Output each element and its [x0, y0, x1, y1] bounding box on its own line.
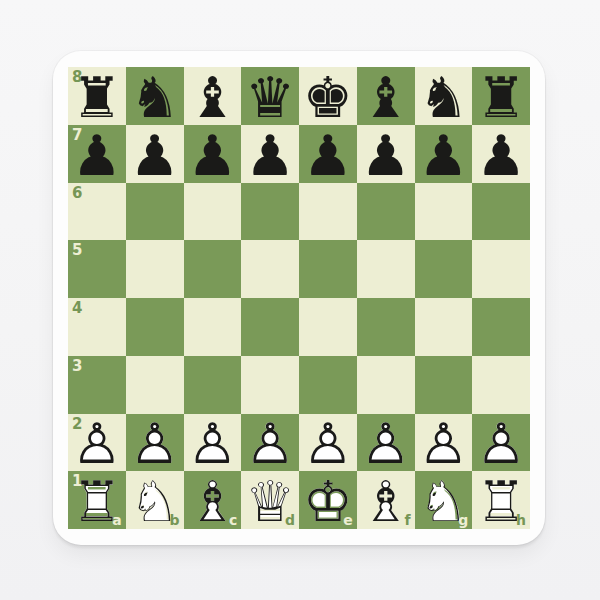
piece-white-pawn-icon: ♟♙	[126, 414, 184, 472]
piece-black-pawn-icon: ♟	[299, 125, 357, 183]
square-d1[interactable]: ♛♕d	[241, 471, 299, 529]
square-d6[interactable]	[241, 183, 299, 241]
piece-white-pawn-icon: ♟♙	[415, 414, 473, 472]
square-c1[interactable]: ♝♗c	[184, 471, 242, 529]
rank-label-3: 3	[72, 359, 82, 374]
square-e8[interactable]: ♚	[299, 67, 357, 125]
rank-label-8: 8	[72, 70, 82, 85]
file-label-a: a	[112, 513, 121, 527]
square-g3[interactable]	[415, 356, 473, 414]
file-label-f: f	[404, 513, 410, 527]
piece-black-pawn-icon: ♟	[357, 125, 415, 183]
square-a2[interactable]: 2♟♙	[68, 414, 126, 472]
piece-white-pawn-icon: ♟♙	[472, 414, 530, 472]
piece-black-pawn-icon: ♟	[415, 125, 473, 183]
rank-label-2: 2	[72, 417, 82, 432]
piece-black-knight-icon: ♞	[415, 67, 473, 125]
piece-black-pawn-icon: ♟	[184, 125, 242, 183]
background: 8♜♞♝♛♚♝♞♜7♟♟♟♟♟♟♟♟65432♟♙♟♙♟♙♟♙♟♙♟♙♟♙♟♙1…	[0, 0, 600, 600]
square-b3[interactable]	[126, 356, 184, 414]
square-b1[interactable]: ♞♘b	[126, 471, 184, 529]
square-f7[interactable]: ♟	[357, 125, 415, 183]
square-a1[interactable]: 1♜♖a	[68, 471, 126, 529]
square-d2[interactable]: ♟♙	[241, 414, 299, 472]
square-h5[interactable]	[472, 240, 530, 298]
square-g2[interactable]: ♟♙	[415, 414, 473, 472]
square-h4[interactable]	[472, 298, 530, 356]
rank-label-1: 1	[72, 474, 82, 489]
square-c5[interactable]	[184, 240, 242, 298]
square-c3[interactable]	[184, 356, 242, 414]
square-e6[interactable]	[299, 183, 357, 241]
file-label-b: b	[169, 513, 179, 527]
rank-label-7: 7	[72, 128, 82, 143]
file-label-h: h	[516, 513, 526, 527]
square-b5[interactable]	[126, 240, 184, 298]
piece-black-knight-icon: ♞	[126, 67, 184, 125]
square-d7[interactable]: ♟	[241, 125, 299, 183]
square-f8[interactable]: ♝	[357, 67, 415, 125]
square-h6[interactable]	[472, 183, 530, 241]
piece-white-pawn-icon: ♟♙	[299, 414, 357, 472]
rank-label-6: 6	[72, 186, 82, 201]
square-b8[interactable]: ♞	[126, 67, 184, 125]
square-h7[interactable]: ♟	[472, 125, 530, 183]
square-a7[interactable]: 7♟	[68, 125, 126, 183]
rank-label-5: 5	[72, 243, 82, 258]
piece-black-bishop-icon: ♝	[184, 67, 242, 125]
square-f2[interactable]: ♟♙	[357, 414, 415, 472]
square-e7[interactable]: ♟	[299, 125, 357, 183]
square-f3[interactable]	[357, 356, 415, 414]
square-c8[interactable]: ♝	[184, 67, 242, 125]
square-c2[interactable]: ♟♙	[184, 414, 242, 472]
square-c4[interactable]	[184, 298, 242, 356]
square-f6[interactable]	[357, 183, 415, 241]
square-e3[interactable]	[299, 356, 357, 414]
piece-black-king-icon: ♚	[299, 67, 357, 125]
square-b2[interactable]: ♟♙	[126, 414, 184, 472]
rank-label-4: 4	[72, 301, 82, 316]
square-h8[interactable]: ♜	[472, 67, 530, 125]
square-h3[interactable]	[472, 356, 530, 414]
piece-black-pawn-icon: ♟	[126, 125, 184, 183]
square-a6[interactable]: 6	[68, 183, 126, 241]
square-e4[interactable]	[299, 298, 357, 356]
square-d8[interactable]: ♛	[241, 67, 299, 125]
square-g1[interactable]: ♞♘g	[415, 471, 473, 529]
square-b6[interactable]	[126, 183, 184, 241]
square-c6[interactable]	[184, 183, 242, 241]
square-d5[interactable]	[241, 240, 299, 298]
piece-black-pawn-icon: ♟	[472, 125, 530, 183]
square-f1[interactable]: ♝♗f	[357, 471, 415, 529]
piece-white-pawn-icon: ♟♙	[241, 414, 299, 472]
piece-black-queen-icon: ♛	[241, 67, 299, 125]
square-g8[interactable]: ♞	[415, 67, 473, 125]
file-label-g: g	[458, 513, 468, 527]
square-e1[interactable]: ♚♔e	[299, 471, 357, 529]
square-g5[interactable]	[415, 240, 473, 298]
file-label-c: c	[229, 513, 237, 527]
piece-black-pawn-icon: ♟	[241, 125, 299, 183]
square-d4[interactable]	[241, 298, 299, 356]
piece-white-pawn-icon: ♟♙	[184, 414, 242, 472]
square-d3[interactable]	[241, 356, 299, 414]
square-e2[interactable]: ♟♙	[299, 414, 357, 472]
square-a8[interactable]: 8♜	[68, 67, 126, 125]
square-g6[interactable]	[415, 183, 473, 241]
square-b7[interactable]: ♟	[126, 125, 184, 183]
square-a3[interactable]: 3	[68, 356, 126, 414]
board: 8♜♞♝♛♚♝♞♜7♟♟♟♟♟♟♟♟65432♟♙♟♙♟♙♟♙♟♙♟♙♟♙♟♙1…	[68, 67, 530, 529]
square-f5[interactable]	[357, 240, 415, 298]
file-label-e: e	[343, 513, 353, 527]
piece-black-bishop-icon: ♝	[357, 67, 415, 125]
square-h1[interactable]: ♜♖h	[472, 471, 530, 529]
square-a4[interactable]: 4	[68, 298, 126, 356]
sticker-card: 8♜♞♝♛♚♝♞♜7♟♟♟♟♟♟♟♟65432♟♙♟♙♟♙♟♙♟♙♟♙♟♙♟♙1…	[53, 51, 545, 545]
square-h2[interactable]: ♟♙	[472, 414, 530, 472]
square-a5[interactable]: 5	[68, 240, 126, 298]
piece-white-pawn-icon: ♟♙	[357, 414, 415, 472]
square-g7[interactable]: ♟	[415, 125, 473, 183]
piece-black-rook-icon: ♜	[472, 67, 530, 125]
square-b4[interactable]	[126, 298, 184, 356]
square-g4[interactable]	[415, 298, 473, 356]
square-e5[interactable]	[299, 240, 357, 298]
square-f4[interactable]	[357, 298, 415, 356]
file-label-d: d	[285, 513, 295, 527]
square-c7[interactable]: ♟	[184, 125, 242, 183]
